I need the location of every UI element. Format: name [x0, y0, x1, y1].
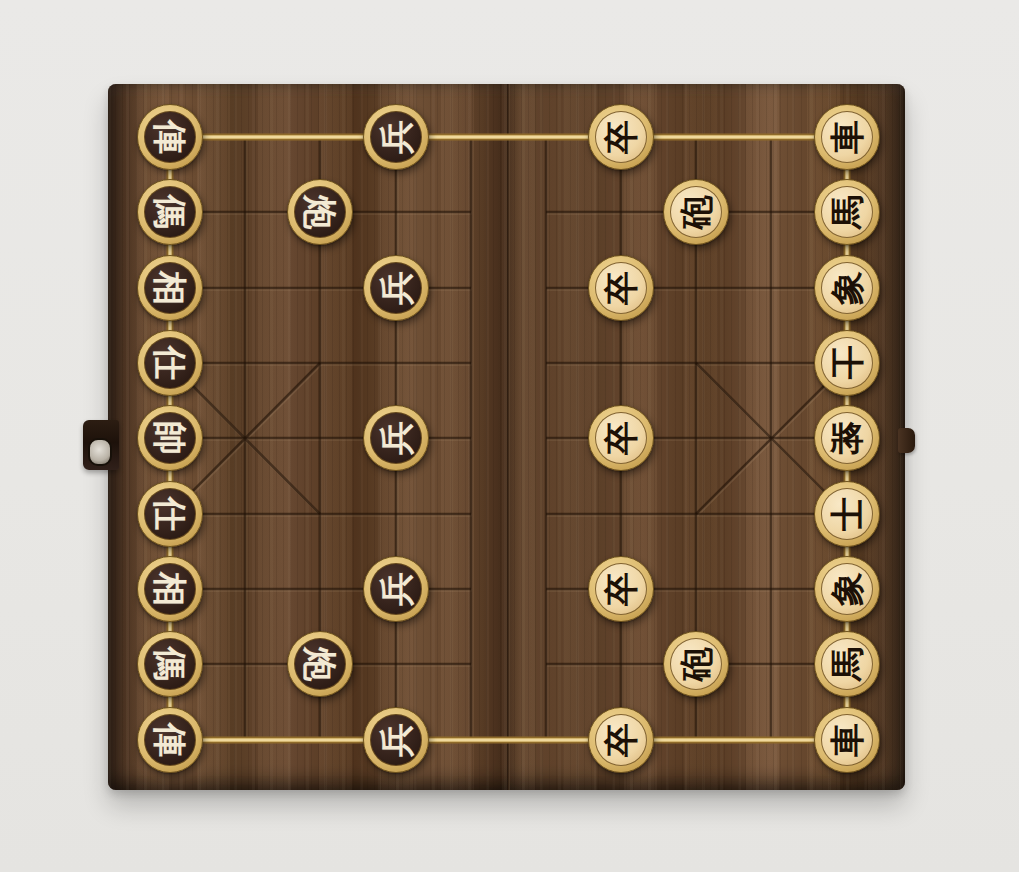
piece-dark-cannon[interactable]: 炮 [287, 631, 353, 697]
piece-character: 相 [153, 271, 187, 305]
piece-face: 兵 [370, 563, 422, 615]
piece-light-horse[interactable]: 馬 [814, 179, 880, 245]
piece-face: 俥 [144, 111, 196, 163]
piece-light-cannon[interactable]: 砲 [663, 631, 729, 697]
piece-face: 車 [821, 714, 873, 766]
piece-dark-horse[interactable]: 傌 [137, 631, 203, 697]
piece-dark-advisor[interactable]: 仕 [137, 330, 203, 396]
piece-light-horse[interactable]: 馬 [814, 631, 880, 697]
piece-face: 俥 [144, 714, 196, 766]
piece-character: 傌 [153, 647, 187, 681]
piece-face: 相 [144, 563, 196, 615]
piece-dark-soldier[interactable]: 兵 [363, 255, 429, 321]
piece-dark-chariot[interactable]: 俥 [137, 707, 203, 773]
piece-face: 卒 [595, 111, 647, 163]
piece-light-soldier[interactable]: 卒 [588, 255, 654, 321]
piece-light-soldier[interactable]: 卒 [588, 707, 654, 773]
piece-face: 兵 [370, 714, 422, 766]
piece-character: 兵 [379, 120, 413, 154]
piece-face: 卒 [595, 262, 647, 314]
piece-character: 卒 [604, 120, 638, 154]
piece-light-elephant[interactable]: 象 [814, 556, 880, 622]
piece-character: 車 [830, 723, 864, 757]
piece-character: 將 [830, 421, 864, 455]
piece-character: 砲 [679, 647, 713, 681]
piece-light-cannon[interactable]: 砲 [663, 179, 729, 245]
piece-character: 兵 [379, 723, 413, 757]
piece-character: 兵 [379, 271, 413, 305]
piece-face: 象 [821, 563, 873, 615]
piece-character: 傌 [153, 195, 187, 229]
piece-light-advisor[interactable]: 士 [814, 330, 880, 396]
piece-light-chariot[interactable]: 車 [814, 104, 880, 170]
piece-face: 士 [821, 488, 873, 540]
piece-character: 士 [830, 497, 864, 531]
piece-dark-soldier[interactable]: 兵 [363, 556, 429, 622]
piece-face: 象 [821, 262, 873, 314]
piece-light-chariot[interactable]: 車 [814, 707, 880, 773]
piece-face: 馬 [821, 638, 873, 690]
piece-face: 兵 [370, 412, 422, 464]
piece-face: 車 [821, 111, 873, 163]
piece-character: 車 [830, 120, 864, 154]
piece-dark-soldier[interactable]: 兵 [363, 104, 429, 170]
piece-character: 卒 [604, 723, 638, 757]
piece-light-soldier[interactable]: 卒 [588, 556, 654, 622]
latch-metal-loop [88, 438, 112, 466]
piece-face: 炮 [294, 186, 346, 238]
latch-knob-right[interactable] [898, 428, 915, 453]
piece-dark-horse[interactable]: 傌 [137, 179, 203, 245]
piece-face: 士 [821, 337, 873, 389]
piece-character: 相 [153, 572, 187, 606]
piece-face: 兵 [370, 262, 422, 314]
piece-face: 帥 [144, 412, 196, 464]
piece-face: 傌 [144, 186, 196, 238]
piece-character: 帥 [153, 421, 187, 455]
piece-face: 兵 [370, 111, 422, 163]
piece-character: 炮 [303, 647, 337, 681]
piece-character: 俥 [153, 120, 187, 154]
piece-dark-chariot[interactable]: 俥 [137, 104, 203, 170]
piece-character: 馬 [830, 195, 864, 229]
piece-face: 砲 [670, 638, 722, 690]
piece-character: 俥 [153, 723, 187, 757]
piece-face: 卒 [595, 563, 647, 615]
piece-light-general[interactable]: 將 [814, 405, 880, 471]
piece-light-advisor[interactable]: 士 [814, 481, 880, 547]
piece-dark-advisor[interactable]: 仕 [137, 481, 203, 547]
piece-face: 馬 [821, 186, 873, 238]
piece-character: 仕 [153, 346, 187, 380]
piece-dark-elephant[interactable]: 相 [137, 255, 203, 321]
piece-face: 仕 [144, 337, 196, 389]
piece-face: 卒 [595, 714, 647, 766]
piece-character: 砲 [679, 195, 713, 229]
piece-character: 士 [830, 346, 864, 380]
piece-face: 傌 [144, 638, 196, 690]
piece-face: 仕 [144, 488, 196, 540]
piece-character: 卒 [604, 572, 638, 606]
piece-light-soldier[interactable]: 卒 [588, 405, 654, 471]
piece-face: 相 [144, 262, 196, 314]
piece-face: 卒 [595, 412, 647, 464]
piece-light-soldier[interactable]: 卒 [588, 104, 654, 170]
piece-character: 象 [830, 572, 864, 606]
piece-character: 卒 [604, 421, 638, 455]
piece-character: 象 [830, 271, 864, 305]
piece-character: 仕 [153, 497, 187, 531]
fold-seam [507, 84, 510, 790]
piece-dark-elephant[interactable]: 相 [137, 556, 203, 622]
piece-dark-general[interactable]: 帥 [137, 405, 203, 471]
piece-character: 馬 [830, 647, 864, 681]
piece-face: 砲 [670, 186, 722, 238]
piece-character: 兵 [379, 421, 413, 455]
photo-background: 俥傌相仕帥仕相傌俥炮炮兵兵兵兵兵卒卒卒卒卒砲砲車馬象士將士象馬車 [0, 0, 1019, 872]
piece-light-elephant[interactable]: 象 [814, 255, 880, 321]
piece-dark-soldier[interactable]: 兵 [363, 707, 429, 773]
piece-dark-cannon[interactable]: 炮 [287, 179, 353, 245]
piece-face: 炮 [294, 638, 346, 690]
xiangqi-board: 俥傌相仕帥仕相傌俥炮炮兵兵兵兵兵卒卒卒卒卒砲砲車馬象士將士象馬車 [108, 84, 905, 790]
hinge-latch-left[interactable] [83, 420, 119, 470]
piece-character: 炮 [303, 195, 337, 229]
piece-dark-soldier[interactable]: 兵 [363, 405, 429, 471]
piece-face: 將 [821, 412, 873, 464]
piece-character: 卒 [604, 271, 638, 305]
piece-character: 兵 [379, 572, 413, 606]
